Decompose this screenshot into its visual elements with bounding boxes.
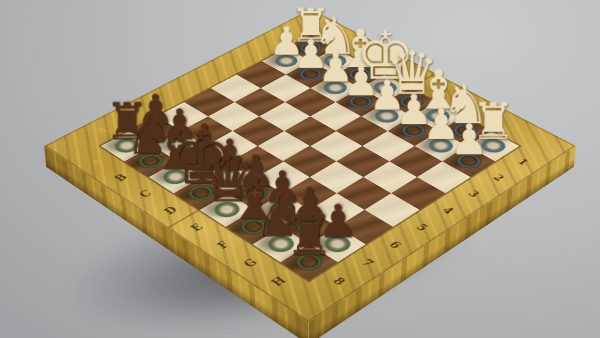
chess-box: ABCDEFGH123456788 ♜♞♟♝♟♚♟♛♟♝♟♞♟♟♜♟♜♟♟♞♟♝…: [44, 9, 576, 322]
pawn-glyph-stand: ♟: [423, 121, 514, 160]
black-rook-icon: ♜: [284, 210, 333, 260]
pieces-layer: ♜♞♟♝♟♚♟♛♟♝♟♞♟♟♜♟♜♟♟♞♟♝♟♚♟♛♟♝♟♞♟♜: [44, 9, 576, 322]
board-top: ABCDEFGH123456788 ♜♞♟♝♟♚♟♛♟♝♟♞♟♟♜♟♜♟♟♞♟♝…: [44, 9, 576, 322]
white-pawn-icon: ♟: [450, 121, 488, 160]
scene: ABCDEFGH123456788 ♜♞♟♝♟♚♟♛♟♝♟♞♟♟♜♟♜♟♟♞♟♝…: [0, 0, 600, 338]
rook-glyph-stand: ♜: [260, 210, 359, 260]
perspective-container: ABCDEFGH123456788 ♜♞♟♝♟♚♟♛♟♝♟♞♟♟♜♟♜♟♟♞♟♝…: [0, 0, 600, 338]
